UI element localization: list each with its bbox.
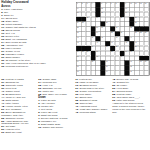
cell-number: 66 xyxy=(106,61,108,62)
clue-number: 32. xyxy=(1,65,4,68)
cell-number: 27 xyxy=(135,22,137,23)
cell-number: 9 xyxy=(125,3,126,4)
clue-number: 60. xyxy=(1,131,4,134)
crossword-grid[interactable]: 1234567891011121314151617181920212223242… xyxy=(76,2,149,76)
cell-number: 75 xyxy=(130,71,132,72)
cell-number: 39 xyxy=(145,32,147,33)
clue-item: 10.Candle wax source xyxy=(38,126,73,129)
cell-number: 47 xyxy=(111,42,113,43)
cell-number: 15 xyxy=(101,8,103,9)
cell-number: 54 xyxy=(77,51,79,52)
cell-number: 41 xyxy=(91,37,93,38)
cell-number: 51 xyxy=(106,46,108,47)
clue-item: 32.Menorah centerpiece xyxy=(1,65,74,68)
clue-column-4: 48.Dreidel clay, in song49.Judah's title… xyxy=(112,78,147,134)
theme-note: Answers to the starred clues share a hid… xyxy=(112,102,147,113)
puzzle-page: Holiday Crossword Across 1.Latke, essent… xyxy=(0,0,150,150)
cell-number: 60 xyxy=(130,51,132,52)
cell-number: 59 xyxy=(125,51,127,52)
cell-number: 49 xyxy=(135,42,137,43)
cell-number: 23 xyxy=(135,17,137,18)
cell-number: 16 xyxy=(125,8,127,9)
down-clue-list-2: 11.Festival mo.12.Lamp oil measure13.Ble… xyxy=(75,78,110,134)
cell-number: 5 xyxy=(101,3,102,4)
cell-number: 8 xyxy=(116,3,117,4)
clue-column-2: 63.Temple lamp64.Menorah fuel65.Hora, e.… xyxy=(38,78,73,134)
cell-number: 14 xyxy=(77,8,79,9)
cell-number: 71 xyxy=(106,66,108,67)
cell-number: 10 xyxy=(130,3,132,4)
clue-number: 45. xyxy=(75,110,78,113)
clue-item: 45.Menorah stand xyxy=(75,111,110,114)
puzzle-title: Holiday Crossword xyxy=(1,1,28,4)
cell-number: 18 xyxy=(101,12,103,13)
cell-number: 42 xyxy=(101,37,103,38)
cell-number: 38 xyxy=(140,32,142,33)
cell-number: 34 xyxy=(96,32,98,33)
cell-number: 62 xyxy=(96,56,98,57)
cell-number: 20 xyxy=(87,17,89,18)
cell-number: 68 xyxy=(140,61,142,62)
cell-number: 40 xyxy=(77,37,79,38)
cell-number: 7 xyxy=(111,3,112,4)
down-clue-list-3: 48.Dreidel clay, in song49.Judah's title… xyxy=(112,78,147,102)
cell-number: 24 xyxy=(77,22,79,23)
cell-number: 30 xyxy=(101,27,103,28)
cell-number: 46 xyxy=(96,42,98,43)
cell-number: 50 xyxy=(91,46,93,47)
cell-number: 6 xyxy=(106,3,107,4)
cell-number: 31 xyxy=(116,27,118,28)
cell-number: 65 xyxy=(91,61,93,62)
cell-number: 36 xyxy=(120,32,122,33)
cell-number: 12 xyxy=(140,3,142,4)
cell-number: 48 xyxy=(125,42,127,43)
cell-number: 22 xyxy=(120,17,122,18)
across-clues-top: Across 1.Latke, essentially5.Oily9.Spun … xyxy=(1,5,74,68)
cell-number: 43 xyxy=(116,37,118,38)
across-clue-list-cont: 63.Temple lamp64.Menorah fuel65.Hora, e.… xyxy=(38,78,73,96)
across-clue-list-top: 1.Latke, essentially5.Oily9.Spun toy14.O… xyxy=(1,8,74,68)
clue-number: 53. xyxy=(1,110,4,113)
down-clue-list-1: 1.Latke go-with2."Oy" follower3.Miracle … xyxy=(38,99,73,129)
cell-number: 57 xyxy=(96,51,98,52)
cell-number: 13 xyxy=(145,3,147,4)
clue-number: 56. xyxy=(1,119,4,122)
cell-number: 37 xyxy=(135,32,137,33)
cell-number: 29 xyxy=(96,27,98,28)
cell-number: 11 xyxy=(135,3,136,4)
cell-number: 45 xyxy=(77,42,79,43)
cell-number: 21 xyxy=(96,17,98,18)
cell-number: 69 xyxy=(145,61,147,62)
cell-number: 35 xyxy=(111,32,113,33)
cell-number: 25 xyxy=(82,22,84,23)
cell-number: 1 xyxy=(77,3,78,4)
cell-number: 33 xyxy=(77,32,79,33)
cell-number: 26 xyxy=(106,22,108,23)
cell-number: 64 xyxy=(77,61,79,62)
cell-number: 61 xyxy=(77,56,79,57)
cell-number: 4 xyxy=(91,3,92,4)
cell-number: 73 xyxy=(77,71,79,72)
cell-number: 72 xyxy=(130,66,132,67)
grid-cell[interactable] xyxy=(144,70,149,75)
clue-column-1: 36.Festival of Lights37.Spinning top38.C… xyxy=(1,78,36,134)
cell-number: 28 xyxy=(77,27,79,28)
clue-number: 10. xyxy=(38,126,41,129)
cell-number: 44 xyxy=(130,37,132,38)
cell-number: 70 xyxy=(77,66,79,67)
cell-number: 32 xyxy=(130,27,132,28)
clue-item: 60.Eight-day feast xyxy=(1,131,36,134)
cell-number: 2 xyxy=(82,3,83,4)
cell-number: 67 xyxy=(130,61,132,62)
cell-number: 74 xyxy=(106,71,108,72)
cell-number: 58 xyxy=(111,51,113,52)
clues-bottom: 36.Festival of Lights37.Spinning top38.C… xyxy=(1,78,149,134)
cell-number: 3 xyxy=(87,3,88,4)
cell-number: 19 xyxy=(125,12,127,13)
cell-number: 56 xyxy=(87,51,89,52)
cell-number: 55 xyxy=(82,51,84,52)
cell-number: 17 xyxy=(77,12,79,13)
cell-number: 52 xyxy=(116,46,118,47)
cell-number: 63 xyxy=(120,56,122,57)
cell-number: 53 xyxy=(135,46,137,47)
